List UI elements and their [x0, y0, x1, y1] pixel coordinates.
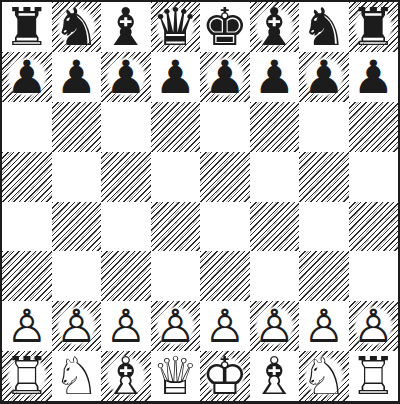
piece-outline-layer: ♘: [300, 351, 347, 401]
piece-white-pawn: ♟♙: [349, 301, 399, 351]
piece-black-pawn: ♟: [151, 52, 201, 102]
square-g4[interactable]: [299, 202, 349, 252]
piece-outline-layer: ♔: [201, 351, 248, 401]
square-c1[interactable]: ♝♗: [101, 351, 151, 401]
piece-white-pawn: ♟♙: [101, 301, 151, 351]
square-d2[interactable]: ♟♙: [151, 301, 201, 351]
square-e5[interactable]: [200, 152, 250, 202]
square-f4[interactable]: [250, 202, 300, 252]
square-b8[interactable]: ♞: [52, 2, 102, 52]
square-h8[interactable]: ♜: [349, 2, 399, 52]
piece-white-bishop: ♝♗: [250, 351, 300, 401]
square-e2[interactable]: ♟♙: [200, 301, 250, 351]
piece-white-knight: ♞♘: [52, 351, 102, 401]
square-c6[interactable]: [101, 102, 151, 152]
square-a2[interactable]: ♟♙: [2, 301, 52, 351]
square-f6[interactable]: [250, 102, 300, 152]
square-a7[interactable]: ♟: [2, 52, 52, 102]
square-b6[interactable]: [52, 102, 102, 152]
square-c3[interactable]: [101, 251, 151, 301]
piece-black-knight: ♞: [52, 2, 102, 52]
square-d4[interactable]: [151, 202, 201, 252]
piece-outline-layer: ♙: [254, 303, 295, 349]
square-h5[interactable]: [349, 152, 399, 202]
square-g5[interactable]: [299, 152, 349, 202]
square-g3[interactable]: [299, 251, 349, 301]
square-c4[interactable]: [101, 202, 151, 252]
piece-outline-layer: ♙: [204, 303, 245, 349]
piece-black-queen: ♛: [151, 2, 201, 52]
square-b5[interactable]: [52, 152, 102, 202]
piece-black-pawn: ♟: [349, 52, 399, 102]
square-c5[interactable]: [101, 152, 151, 202]
square-h3[interactable]: [349, 251, 399, 301]
square-e1[interactable]: ♚♔: [200, 351, 250, 401]
piece-outline-layer: ♖: [350, 351, 397, 401]
piece-black-pawn: ♟: [250, 52, 300, 102]
square-e6[interactable]: [200, 102, 250, 152]
piece-white-pawn: ♟♙: [299, 301, 349, 351]
piece-white-rook: ♜♖: [2, 351, 52, 401]
piece-outline-layer: ♙: [303, 303, 344, 349]
square-d7[interactable]: ♟: [151, 52, 201, 102]
square-g7[interactable]: ♟: [299, 52, 349, 102]
square-d1[interactable]: ♛♕: [151, 351, 201, 401]
piece-black-rook: ♜: [2, 2, 52, 52]
square-f8[interactable]: ♝: [250, 2, 300, 52]
piece-outline-layer: ♙: [353, 303, 394, 349]
square-h2[interactable]: ♟♙: [349, 301, 399, 351]
square-a4[interactable]: [2, 202, 52, 252]
piece-white-pawn: ♟♙: [200, 301, 250, 351]
square-d3[interactable]: [151, 251, 201, 301]
square-b3[interactable]: [52, 251, 102, 301]
piece-white-bishop: ♝♗: [101, 351, 151, 401]
square-d6[interactable]: [151, 102, 201, 152]
square-h7[interactable]: ♟: [349, 52, 399, 102]
piece-white-queen: ♛♕: [151, 351, 201, 401]
square-g6[interactable]: [299, 102, 349, 152]
chess-board: ♜♞♝♛♚♝♞♜♟♟♟♟♟♟♟♟♟♙♟♙♟♙♟♙♟♙♟♙♟♙♟♙♜♖♞♘♝♗♛♕…: [0, 0, 400, 404]
square-a8[interactable]: ♜: [2, 2, 52, 52]
piece-outline-layer: ♗: [102, 351, 149, 401]
square-f2[interactable]: ♟♙: [250, 301, 300, 351]
square-h4[interactable]: [349, 202, 399, 252]
piece-black-pawn: ♟: [101, 52, 151, 102]
piece-outline-layer: ♙: [155, 303, 196, 349]
square-a5[interactable]: [2, 152, 52, 202]
square-e8[interactable]: ♚: [200, 2, 250, 52]
piece-outline-layer: ♘: [53, 351, 100, 401]
square-h1[interactable]: ♜♖: [349, 351, 399, 401]
piece-outline-layer: ♙: [56, 303, 97, 349]
piece-white-knight: ♞♘: [299, 351, 349, 401]
piece-black-bishop: ♝: [101, 2, 151, 52]
square-a1[interactable]: ♜♖: [2, 351, 52, 401]
piece-white-pawn: ♟♙: [2, 301, 52, 351]
square-e7[interactable]: ♟: [200, 52, 250, 102]
piece-outline-layer: ♙: [105, 303, 146, 349]
square-f1[interactable]: ♝♗: [250, 351, 300, 401]
piece-white-pawn: ♟♙: [250, 301, 300, 351]
square-d8[interactable]: ♛: [151, 2, 201, 52]
piece-black-pawn: ♟: [2, 52, 52, 102]
square-a3[interactable]: [2, 251, 52, 301]
square-e4[interactable]: [200, 202, 250, 252]
piece-outline-layer: ♖: [3, 351, 50, 401]
square-b7[interactable]: ♟: [52, 52, 102, 102]
square-g2[interactable]: ♟♙: [299, 301, 349, 351]
square-b2[interactable]: ♟♙: [52, 301, 102, 351]
piece-outline-layer: ♗: [251, 351, 298, 401]
square-g8[interactable]: ♞: [299, 2, 349, 52]
square-c2[interactable]: ♟♙: [101, 301, 151, 351]
piece-outline-layer: ♙: [6, 303, 47, 349]
piece-white-pawn: ♟♙: [52, 301, 102, 351]
piece-black-rook: ♜: [349, 2, 399, 52]
square-h6[interactable]: [349, 102, 399, 152]
piece-black-king: ♚: [200, 2, 250, 52]
piece-white-pawn: ♟♙: [151, 301, 201, 351]
square-c8[interactable]: ♝: [101, 2, 151, 52]
piece-outline-layer: ♕: [152, 351, 199, 401]
piece-black-knight: ♞: [299, 2, 349, 52]
piece-black-pawn: ♟: [52, 52, 102, 102]
piece-white-rook: ♜♖: [349, 351, 399, 401]
piece-black-bishop: ♝: [250, 2, 300, 52]
square-f7[interactable]: ♟: [250, 52, 300, 102]
piece-black-pawn: ♟: [299, 52, 349, 102]
square-b4[interactable]: [52, 202, 102, 252]
piece-white-king: ♚♔: [200, 351, 250, 401]
square-g1[interactable]: ♞♘: [299, 351, 349, 401]
square-c7[interactable]: ♟: [101, 52, 151, 102]
square-f3[interactable]: [250, 251, 300, 301]
square-e3[interactable]: [200, 251, 250, 301]
square-d5[interactable]: [151, 152, 201, 202]
square-f5[interactable]: [250, 152, 300, 202]
square-b1[interactable]: ♞♘: [52, 351, 102, 401]
piece-black-pawn: ♟: [200, 52, 250, 102]
square-a6[interactable]: [2, 102, 52, 152]
